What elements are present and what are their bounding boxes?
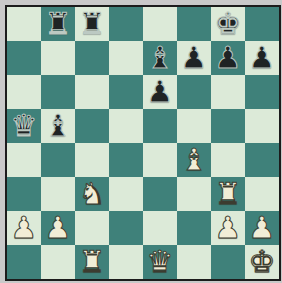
square-e4[interactable] [143, 143, 177, 177]
square-b8[interactable]: ♜ [41, 7, 75, 41]
square-e1[interactable]: ♛ [143, 245, 177, 279]
square-c7[interactable] [75, 41, 109, 75]
piece-white-rook-c1[interactable]: ♜ [79, 245, 106, 279]
square-e2[interactable] [143, 211, 177, 245]
square-c4[interactable] [75, 143, 109, 177]
square-f2[interactable] [177, 211, 211, 245]
piece-white-bishop-f4[interactable]: ♝ [181, 143, 208, 177]
square-c1[interactable]: ♜ [75, 245, 109, 279]
square-d5[interactable] [109, 109, 143, 143]
square-h7[interactable]: ♟ [245, 41, 279, 75]
chess-board: ♜♜♚♝♟♟♟♟♛♝♝♞♜♟♟♟♟♜♛♚ [5, 5, 281, 281]
square-f6[interactable] [177, 75, 211, 109]
piece-black-rook-b8[interactable]: ♜ [45, 7, 72, 41]
square-d4[interactable] [109, 143, 143, 177]
square-g1[interactable] [211, 245, 245, 279]
piece-black-bishop-e7[interactable]: ♝ [147, 41, 174, 75]
square-g6[interactable] [211, 75, 245, 109]
piece-black-pawn-f7[interactable]: ♟ [181, 41, 208, 75]
square-g8[interactable]: ♚ [211, 7, 245, 41]
square-f1[interactable] [177, 245, 211, 279]
square-c3[interactable]: ♞ [75, 177, 109, 211]
square-a8[interactable] [7, 7, 41, 41]
square-d8[interactable] [109, 7, 143, 41]
square-h8[interactable] [245, 7, 279, 41]
square-a5[interactable]: ♛ [7, 109, 41, 143]
square-c5[interactable] [75, 109, 109, 143]
piece-white-pawn-h2[interactable]: ♟ [249, 211, 276, 245]
square-c2[interactable] [75, 211, 109, 245]
piece-white-queen-e1[interactable]: ♛ [147, 245, 174, 279]
square-f5[interactable] [177, 109, 211, 143]
square-a4[interactable] [7, 143, 41, 177]
piece-black-bishop-b5[interactable]: ♝ [45, 109, 72, 143]
square-b2[interactable]: ♟ [41, 211, 75, 245]
square-g7[interactable]: ♟ [211, 41, 245, 75]
square-h2[interactable]: ♟ [245, 211, 279, 245]
piece-white-knight-c3[interactable]: ♞ [79, 177, 106, 211]
square-g4[interactable] [211, 143, 245, 177]
piece-black-rook-c8[interactable]: ♜ [79, 7, 106, 41]
square-g5[interactable] [211, 109, 245, 143]
square-d1[interactable] [109, 245, 143, 279]
square-e7[interactable]: ♝ [143, 41, 177, 75]
square-c8[interactable]: ♜ [75, 7, 109, 41]
piece-black-pawn-g7[interactable]: ♟ [215, 41, 242, 75]
square-d3[interactable] [109, 177, 143, 211]
square-a2[interactable]: ♟ [7, 211, 41, 245]
square-e5[interactable] [143, 109, 177, 143]
square-f3[interactable] [177, 177, 211, 211]
square-e8[interactable] [143, 7, 177, 41]
piece-white-pawn-a2[interactable]: ♟ [11, 211, 38, 245]
square-h3[interactable] [245, 177, 279, 211]
square-a6[interactable] [7, 75, 41, 109]
square-b6[interactable] [41, 75, 75, 109]
square-e3[interactable] [143, 177, 177, 211]
square-a3[interactable] [7, 177, 41, 211]
square-d2[interactable] [109, 211, 143, 245]
piece-white-rook-g3[interactable]: ♜ [215, 177, 242, 211]
square-h4[interactable] [245, 143, 279, 177]
square-g3[interactable]: ♜ [211, 177, 245, 211]
square-c6[interactable] [75, 75, 109, 109]
square-b4[interactable] [41, 143, 75, 177]
square-e6[interactable]: ♟ [143, 75, 177, 109]
square-b3[interactable] [41, 177, 75, 211]
piece-white-pawn-b2[interactable]: ♟ [45, 211, 72, 245]
piece-black-king-g8[interactable]: ♚ [215, 7, 242, 41]
piece-white-pawn-g2[interactable]: ♟ [215, 211, 242, 245]
piece-black-queen-a5[interactable]: ♛ [11, 109, 38, 143]
piece-black-pawn-e6[interactable]: ♟ [147, 75, 174, 109]
piece-black-pawn-h7[interactable]: ♟ [249, 41, 276, 75]
chess-diagram: ♜♜♚♝♟♟♟♟♛♝♝♞♜♟♟♟♟♜♛♚ [0, 0, 282, 283]
square-f7[interactable]: ♟ [177, 41, 211, 75]
square-a1[interactable] [7, 245, 41, 279]
piece-white-king-h1[interactable]: ♚ [249, 245, 276, 279]
square-h5[interactable] [245, 109, 279, 143]
square-f4[interactable]: ♝ [177, 143, 211, 177]
square-f8[interactable] [177, 7, 211, 41]
square-b7[interactable] [41, 41, 75, 75]
square-a7[interactable] [7, 41, 41, 75]
square-b1[interactable] [41, 245, 75, 279]
square-d7[interactable] [109, 41, 143, 75]
square-h1[interactable]: ♚ [245, 245, 279, 279]
square-b5[interactable]: ♝ [41, 109, 75, 143]
square-d6[interactable] [109, 75, 143, 109]
square-h6[interactable] [245, 75, 279, 109]
square-g2[interactable]: ♟ [211, 211, 245, 245]
